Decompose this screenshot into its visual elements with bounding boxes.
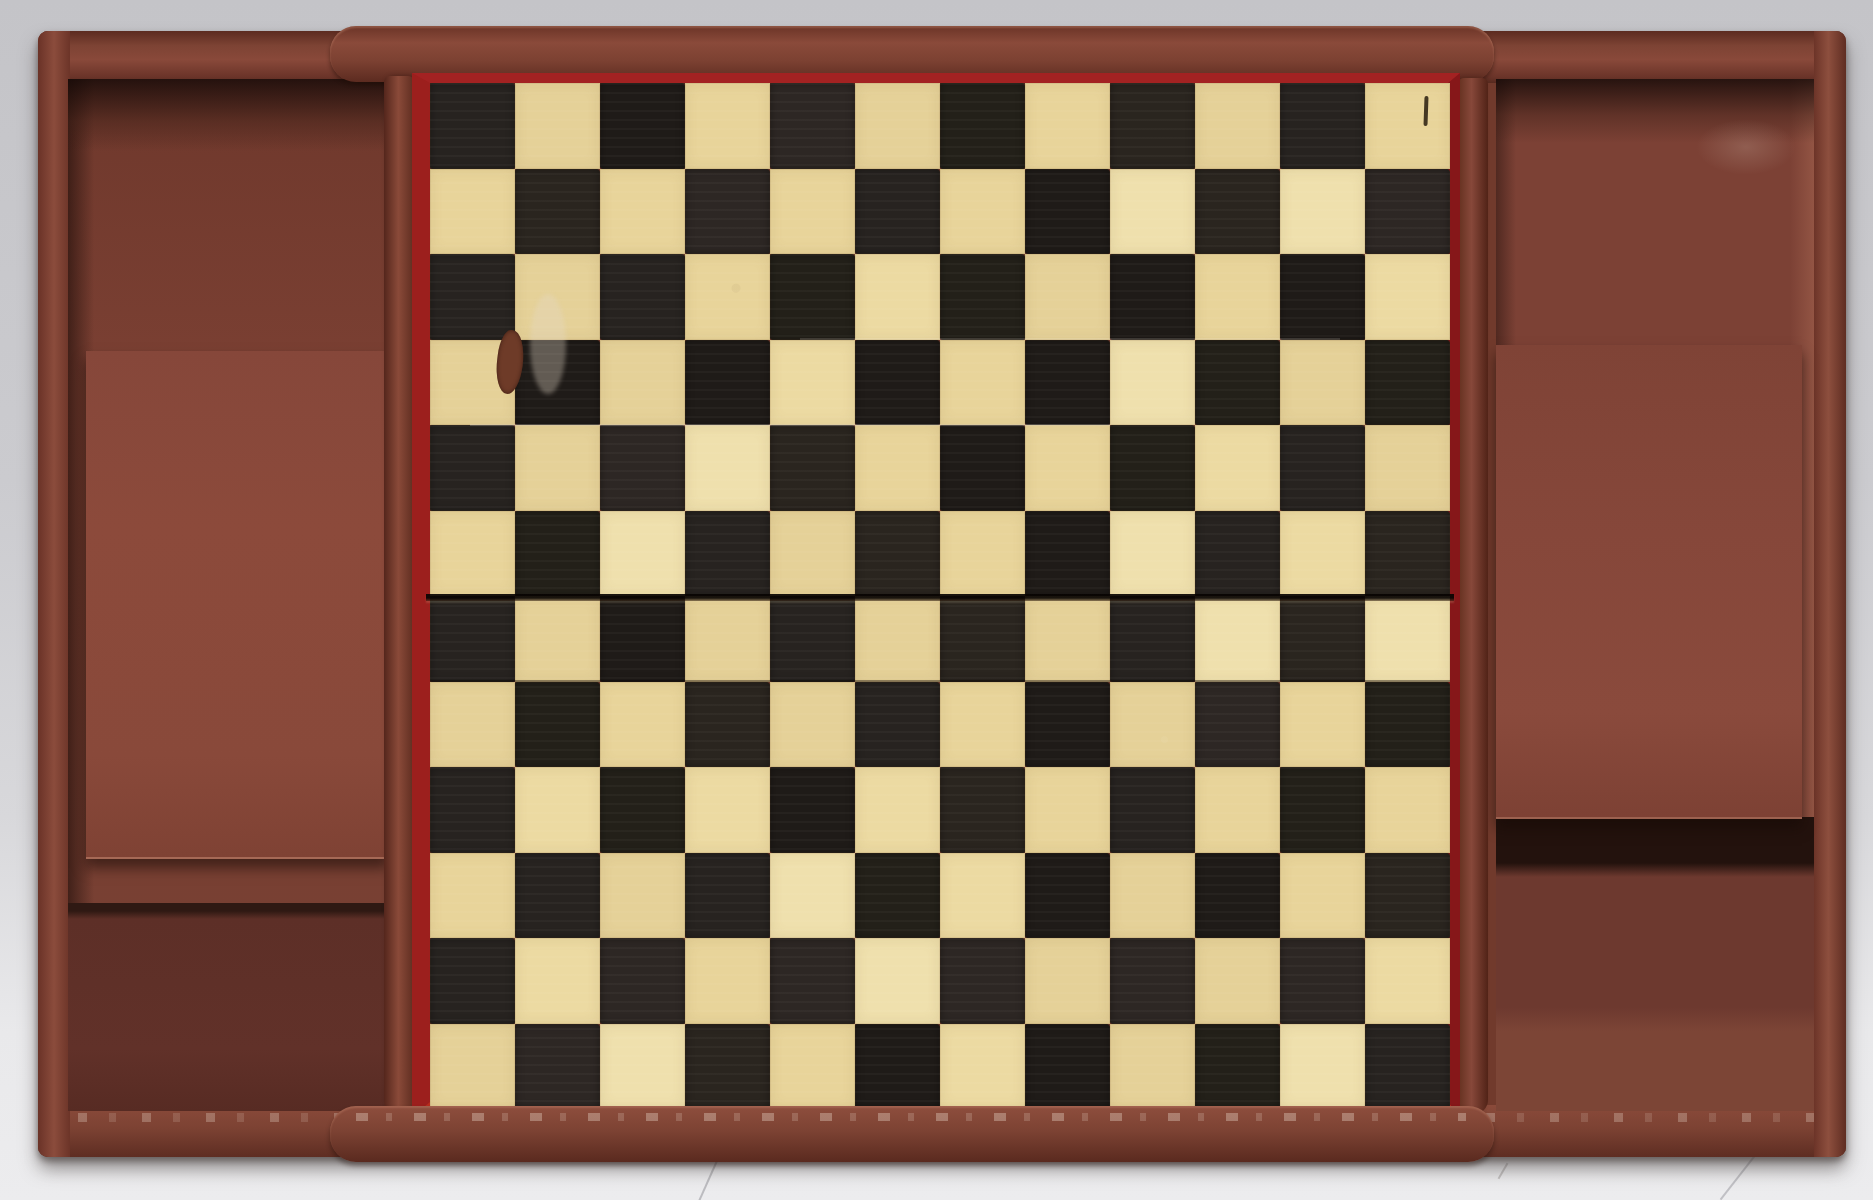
square-r9c10	[1195, 767, 1280, 853]
square-r7c10	[1195, 596, 1280, 682]
square-r2c2	[515, 169, 600, 255]
square-r8c6	[855, 682, 940, 768]
square-r11c11	[1280, 938, 1365, 1024]
square-r9c11	[1280, 767, 1365, 853]
square-r7c4	[685, 596, 770, 682]
square-r12c6	[855, 1024, 940, 1110]
square-r7c9	[1110, 596, 1195, 682]
square-r1c12	[1365, 83, 1450, 169]
square-r3c7	[940, 254, 1025, 340]
square-r3c3	[600, 254, 685, 340]
square-r10c12	[1365, 853, 1450, 939]
square-r7c8	[1025, 596, 1110, 682]
square-r4c3	[600, 340, 685, 426]
square-r1c11	[1280, 83, 1365, 169]
square-r3c8	[1025, 254, 1110, 340]
game-box-tray	[38, 31, 1846, 1157]
square-r4c11	[1280, 340, 1365, 426]
square-r2c7	[940, 169, 1025, 255]
square-r6c11	[1280, 511, 1365, 597]
square-r10c10	[1195, 853, 1280, 939]
square-r12c2	[515, 1024, 600, 1110]
square-r8c8	[1025, 682, 1110, 768]
square-r4c9	[1110, 340, 1195, 426]
right-compartment	[1496, 79, 1814, 1111]
scratch-line	[470, 424, 1110, 426]
square-r12c11	[1280, 1024, 1365, 1110]
square-r2c3	[600, 169, 685, 255]
square-r2c11	[1280, 169, 1365, 255]
square-r11c4	[685, 938, 770, 1024]
square-r5c7	[940, 425, 1025, 511]
square-r1c9	[1110, 83, 1195, 169]
square-r4c5	[770, 340, 855, 426]
square-r1c6	[855, 83, 940, 169]
square-r10c7	[940, 853, 1025, 939]
square-r6c1	[430, 511, 515, 597]
square-r1c2	[515, 83, 600, 169]
square-r1c8	[1025, 83, 1110, 169]
square-r5c6	[855, 425, 940, 511]
right-sliding-lid	[1496, 345, 1802, 819]
square-r6c7	[940, 511, 1025, 597]
photo-backdrop	[0, 0, 1873, 1200]
worn-paint-streaks	[356, 1113, 1466, 1121]
square-r3c11	[1280, 254, 1365, 340]
square-r2c12	[1365, 169, 1450, 255]
square-r4c7	[940, 340, 1025, 426]
square-r5c11	[1280, 425, 1365, 511]
square-r6c2	[515, 511, 600, 597]
square-r12c10	[1195, 1024, 1280, 1110]
square-r9c1	[430, 767, 515, 853]
square-r11c7	[940, 938, 1025, 1024]
square-r8c9	[1110, 682, 1195, 768]
square-r10c5	[770, 853, 855, 939]
square-r12c7	[940, 1024, 1025, 1110]
square-r7c11	[1280, 596, 1365, 682]
square-r6c10	[1195, 511, 1280, 597]
square-r3c5	[770, 254, 855, 340]
square-r6c8	[1025, 511, 1110, 597]
square-r3c4	[685, 254, 770, 340]
square-r6c6	[855, 511, 940, 597]
square-r6c4	[685, 511, 770, 597]
square-r7c2	[515, 596, 600, 682]
square-r9c4	[685, 767, 770, 853]
square-r1c5	[770, 83, 855, 169]
square-r8c10	[1195, 682, 1280, 768]
square-r12c9	[1110, 1024, 1195, 1110]
square-r4c8	[1025, 340, 1110, 426]
square-r1c1	[430, 83, 515, 169]
square-r11c1	[430, 938, 515, 1024]
wood-crack	[430, 680, 1450, 682]
square-r8c1	[430, 682, 515, 768]
board-right-molding	[1458, 78, 1488, 1114]
square-r2c10	[1195, 169, 1280, 255]
square-r11c3	[600, 938, 685, 1024]
square-r8c3	[600, 682, 685, 768]
scratch-line	[800, 338, 1340, 340]
square-r5c5	[770, 425, 855, 511]
square-r11c5	[770, 938, 855, 1024]
square-r2c4	[685, 169, 770, 255]
square-r7c1	[430, 596, 515, 682]
backdrop-seam-line	[1498, 1163, 1509, 1180]
square-r12c8	[1025, 1024, 1110, 1110]
square-r10c6	[855, 853, 940, 939]
square-r7c3	[600, 596, 685, 682]
square-r4c6	[855, 340, 940, 426]
square-r11c12	[1365, 938, 1450, 1024]
square-r2c6	[855, 169, 940, 255]
square-r5c4	[685, 425, 770, 511]
square-r8c2	[515, 682, 600, 768]
square-r12c4	[685, 1024, 770, 1110]
square-r3c1	[430, 254, 515, 340]
square-r5c2	[515, 425, 600, 511]
gameboard-section	[330, 26, 1494, 1162]
square-r8c11	[1280, 682, 1365, 768]
tray-right-rail	[1814, 31, 1846, 1157]
scuff-mark	[1696, 119, 1796, 175]
square-r3c10	[1195, 254, 1280, 340]
square-r12c5	[770, 1024, 855, 1110]
square-r4c4	[685, 340, 770, 426]
square-r11c6	[855, 938, 940, 1024]
square-r9c5	[770, 767, 855, 853]
square-r10c8	[1025, 853, 1110, 939]
square-r5c8	[1025, 425, 1110, 511]
square-r7c7	[940, 596, 1025, 682]
square-r3c12	[1365, 254, 1450, 340]
square-r8c12	[1365, 682, 1450, 768]
square-r3c9	[1110, 254, 1195, 340]
square-r11c10	[1195, 938, 1280, 1024]
square-r9c9	[1110, 767, 1195, 853]
square-r9c12	[1365, 767, 1450, 853]
right-compartment-lower-floor	[1496, 817, 1814, 1111]
square-r11c2	[515, 938, 600, 1024]
backdrop-seam-line	[698, 1160, 719, 1200]
square-r10c3	[600, 853, 685, 939]
square-r1c3	[600, 83, 685, 169]
square-r9c8	[1025, 767, 1110, 853]
square-r11c9	[1110, 938, 1195, 1024]
square-r6c3	[600, 511, 685, 597]
square-r8c7	[940, 682, 1025, 768]
square-r12c12	[1365, 1024, 1450, 1110]
square-r3c6	[855, 254, 940, 340]
square-r2c1	[430, 169, 515, 255]
square-r7c6	[855, 596, 940, 682]
square-r7c12	[1365, 596, 1450, 682]
square-r8c4	[685, 682, 770, 768]
square-r6c12	[1365, 511, 1450, 597]
square-r1c10	[1195, 83, 1280, 169]
square-r10c4	[685, 853, 770, 939]
square-r11c8	[1025, 938, 1110, 1024]
square-r4c10	[1195, 340, 1280, 426]
backdrop-seam-line	[1720, 1152, 1759, 1200]
square-r6c5	[770, 511, 855, 597]
square-r8c5	[770, 682, 855, 768]
square-r1c7	[940, 83, 1025, 169]
square-r5c12	[1365, 425, 1450, 511]
square-r2c5	[770, 169, 855, 255]
tray-left-rail	[38, 31, 70, 1157]
square-r2c9	[1110, 169, 1195, 255]
square-r5c1	[430, 425, 515, 511]
square-r5c9	[1110, 425, 1195, 511]
square-r5c10	[1195, 425, 1280, 511]
square-r10c2	[515, 853, 600, 939]
square-r12c3	[600, 1024, 685, 1110]
square-r9c6	[855, 767, 940, 853]
square-r1c4	[685, 83, 770, 169]
square-r9c7	[940, 767, 1025, 853]
square-r2c8	[1025, 169, 1110, 255]
square-r12c1	[430, 1024, 515, 1110]
square-r6c9	[1110, 511, 1195, 597]
board-bottom-molding	[330, 1106, 1494, 1162]
square-r10c1	[430, 853, 515, 939]
board-left-molding	[384, 76, 414, 1114]
paint-smudge	[530, 294, 566, 394]
square-r9c2	[515, 767, 600, 853]
square-r5c3	[600, 425, 685, 511]
square-r9c3	[600, 767, 685, 853]
square-r7c5	[770, 596, 855, 682]
square-r4c12	[1365, 340, 1450, 426]
square-r10c11	[1280, 853, 1365, 939]
fold-seam	[426, 594, 1454, 601]
square-r10c9	[1110, 853, 1195, 939]
